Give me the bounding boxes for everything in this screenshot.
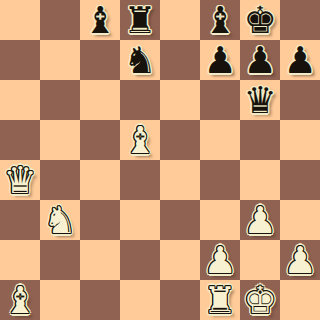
square-c1[interactable] bbox=[80, 280, 120, 320]
piece-f8[interactable]: ♝ bbox=[203, 2, 236, 39]
square-d7[interactable]: ♞ bbox=[120, 40, 160, 80]
piece-f7[interactable]: ♟ bbox=[203, 42, 236, 79]
square-c2[interactable] bbox=[80, 240, 120, 280]
square-g3[interactable]: ♟ bbox=[240, 200, 280, 240]
piece-c8[interactable]: ♝ bbox=[83, 2, 116, 39]
square-a3[interactable] bbox=[0, 200, 40, 240]
square-a2[interactable] bbox=[0, 240, 40, 280]
piece-g3[interactable]: ♟ bbox=[243, 202, 276, 239]
piece-h2[interactable]: ♟ bbox=[283, 242, 316, 279]
square-h8[interactable] bbox=[280, 0, 320, 40]
square-g1[interactable]: ♚ bbox=[240, 280, 280, 320]
square-h3[interactable] bbox=[280, 200, 320, 240]
square-h2[interactable]: ♟ bbox=[280, 240, 320, 280]
square-f5[interactable] bbox=[200, 120, 240, 160]
piece-g8[interactable]: ♚ bbox=[243, 2, 276, 39]
square-b8[interactable] bbox=[40, 0, 80, 40]
square-b4[interactable] bbox=[40, 160, 80, 200]
square-a5[interactable] bbox=[0, 120, 40, 160]
square-e4[interactable] bbox=[160, 160, 200, 200]
square-g2[interactable] bbox=[240, 240, 280, 280]
square-e3[interactable] bbox=[160, 200, 200, 240]
square-f3[interactable] bbox=[200, 200, 240, 240]
square-g6[interactable]: ♛ bbox=[240, 80, 280, 120]
square-e1[interactable] bbox=[160, 280, 200, 320]
piece-g7[interactable]: ♟ bbox=[243, 42, 276, 79]
square-a1[interactable]: ♝ bbox=[0, 280, 40, 320]
square-h6[interactable] bbox=[280, 80, 320, 120]
piece-g6[interactable]: ♛ bbox=[243, 82, 276, 119]
square-g4[interactable] bbox=[240, 160, 280, 200]
square-d8[interactable]: ♜ bbox=[120, 0, 160, 40]
square-b1[interactable] bbox=[40, 280, 80, 320]
square-c4[interactable] bbox=[80, 160, 120, 200]
square-e5[interactable] bbox=[160, 120, 200, 160]
square-e6[interactable] bbox=[160, 80, 200, 120]
square-f8[interactable]: ♝ bbox=[200, 0, 240, 40]
piece-g1[interactable]: ♚ bbox=[243, 282, 276, 319]
square-f2[interactable]: ♟ bbox=[200, 240, 240, 280]
chess-board: ♝ ♜ ♝ ♚ ♞ ♟ ♟ ♟ ♛ ♝ ♛ ♞ ♟ ♟ ♟ ♝ bbox=[0, 0, 320, 320]
square-e7[interactable] bbox=[160, 40, 200, 80]
square-f7[interactable]: ♟ bbox=[200, 40, 240, 80]
square-a7[interactable] bbox=[0, 40, 40, 80]
square-c5[interactable] bbox=[80, 120, 120, 160]
square-d4[interactable] bbox=[120, 160, 160, 200]
square-h4[interactable] bbox=[280, 160, 320, 200]
piece-b3[interactable]: ♞ bbox=[43, 202, 76, 239]
piece-f1[interactable]: ♜ bbox=[203, 282, 236, 319]
square-b5[interactable] bbox=[40, 120, 80, 160]
square-d3[interactable] bbox=[120, 200, 160, 240]
piece-d8[interactable]: ♜ bbox=[123, 2, 156, 39]
piece-a1[interactable]: ♝ bbox=[3, 282, 36, 319]
square-g7[interactable]: ♟ bbox=[240, 40, 280, 80]
square-a6[interactable] bbox=[0, 80, 40, 120]
square-d1[interactable] bbox=[120, 280, 160, 320]
square-c6[interactable] bbox=[80, 80, 120, 120]
square-e8[interactable] bbox=[160, 0, 200, 40]
square-b6[interactable] bbox=[40, 80, 80, 120]
square-c7[interactable] bbox=[80, 40, 120, 80]
square-c3[interactable] bbox=[80, 200, 120, 240]
square-f1[interactable]: ♜ bbox=[200, 280, 240, 320]
square-a4[interactable]: ♛ bbox=[0, 160, 40, 200]
square-a8[interactable] bbox=[0, 0, 40, 40]
piece-h7[interactable]: ♟ bbox=[283, 42, 316, 79]
square-g8[interactable]: ♚ bbox=[240, 0, 280, 40]
square-d5[interactable]: ♝ bbox=[120, 120, 160, 160]
piece-f2[interactable]: ♟ bbox=[203, 242, 236, 279]
square-c8[interactable]: ♝ bbox=[80, 0, 120, 40]
piece-d5[interactable]: ♝ bbox=[123, 122, 156, 159]
square-f6[interactable] bbox=[200, 80, 240, 120]
square-f4[interactable] bbox=[200, 160, 240, 200]
piece-d7[interactable]: ♞ bbox=[123, 42, 156, 79]
square-b2[interactable] bbox=[40, 240, 80, 280]
square-h7[interactable]: ♟ bbox=[280, 40, 320, 80]
square-h5[interactable] bbox=[280, 120, 320, 160]
piece-a4[interactable]: ♛ bbox=[3, 162, 36, 199]
square-h1[interactable] bbox=[280, 280, 320, 320]
square-d2[interactable] bbox=[120, 240, 160, 280]
square-e2[interactable] bbox=[160, 240, 200, 280]
square-b7[interactable] bbox=[40, 40, 80, 80]
square-b3[interactable]: ♞ bbox=[40, 200, 80, 240]
square-g5[interactable] bbox=[240, 120, 280, 160]
square-d6[interactable] bbox=[120, 80, 160, 120]
